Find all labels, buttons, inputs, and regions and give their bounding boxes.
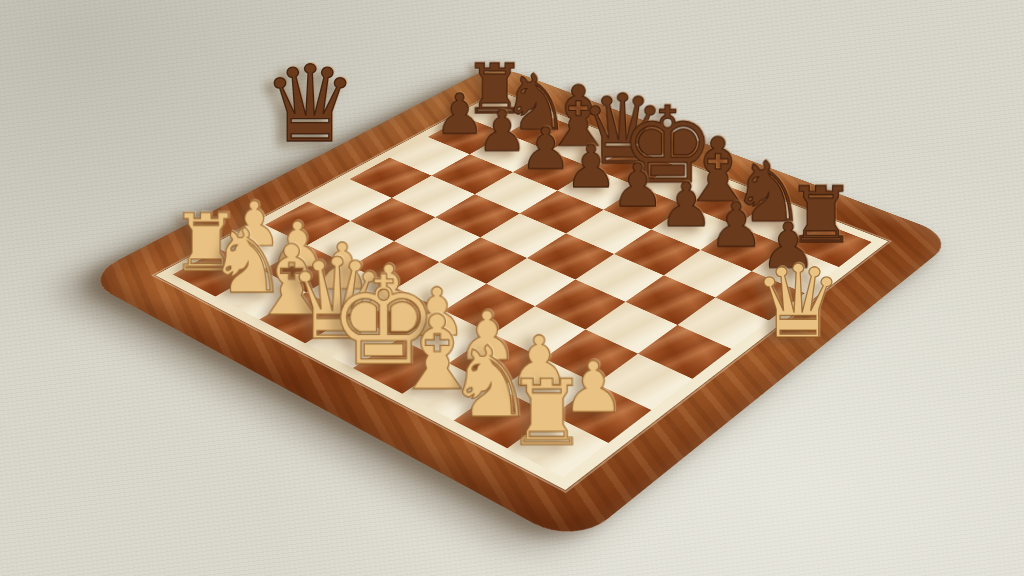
extra-white-queen[interactable]: ♛: [740, 252, 856, 356]
black-queen-icon: ♛: [252, 52, 368, 158]
extra-black-queen[interactable]: ♛: [252, 52, 368, 164]
rook-icon: ♜: [465, 372, 628, 454]
white-queen-icon: ♛: [740, 252, 856, 353]
photo-scene: ♜♞♝♛♚♝♞♜♟♟♟♟♟♟♟♟♟♟♟♟♟♟♟♟♜♞♝♛♚♝♞♜ ♛ ♛: [0, 0, 1024, 576]
